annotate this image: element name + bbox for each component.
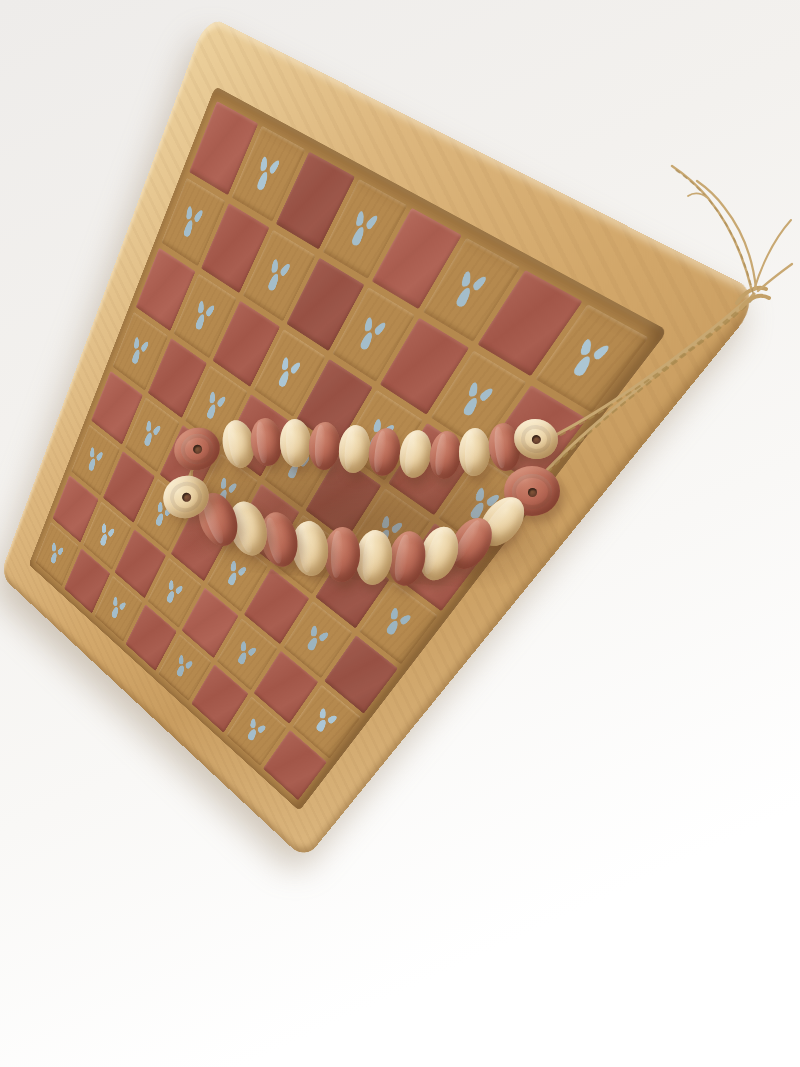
checker-bead-8-cream — [396, 428, 434, 480]
checker-bead-10-cream — [458, 427, 491, 476]
checker-bead-7-red — [365, 426, 402, 478]
checker-bead-19-red — [323, 526, 361, 582]
bead-strand — [0, 0, 800, 1067]
checker-bead-6-cream — [336, 424, 372, 475]
checker-bead-9-red — [427, 429, 464, 480]
checker-bead-5-red — [307, 421, 340, 471]
photo-scene — [0, 0, 800, 1067]
checker-bead-4-cream — [279, 418, 312, 467]
checker-bead-1-red — [169, 422, 226, 476]
checker-bead-3-red — [248, 417, 284, 468]
